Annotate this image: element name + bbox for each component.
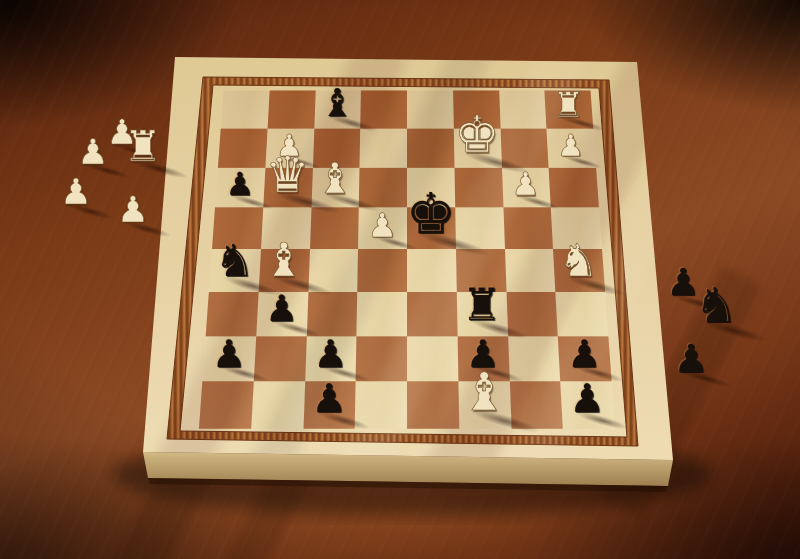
piece-white-pawn-h7[interactable]: ♟ [557, 131, 584, 161]
black-pawn-icon: ♟ [311, 380, 346, 420]
black-king-icon: ♚ [406, 186, 456, 242]
piece-black-pawn-b3[interactable]: ♟ [265, 291, 298, 328]
piece-black-pawn-h1[interactable]: ♟ [569, 380, 604, 420]
piece-black-pawn-a2[interactable]: ♟ [212, 335, 246, 373]
piece-white-bishop-b4[interactable]: ♝ [263, 237, 305, 284]
white-pawn-icon: ♟ [117, 192, 149, 228]
black-bishop-icon: ♝ [320, 84, 354, 122]
captured-white-pawn-3[interactable]: ♟ [60, 174, 92, 210]
white-knight-icon: ♞ [558, 239, 598, 284]
captured-white-pawn-4[interactable]: ♟ [117, 192, 149, 228]
black-pawn-icon: ♟ [567, 335, 601, 373]
white-pawn-icon: ♟ [557, 131, 584, 161]
piece-white-king-f7[interactable]: ♚ [454, 110, 499, 161]
piece-white-rook-h8[interactable]: ♜ [552, 87, 584, 122]
piece-black-knight-a4[interactable]: ♞ [214, 239, 254, 284]
black-pawn-icon: ♟ [674, 339, 709, 378]
white-rook-icon: ♜ [124, 125, 162, 168]
black-pawn-icon: ♟ [313, 335, 347, 373]
black-pawn-icon: ♟ [226, 169, 255, 201]
white-bishop-icon: ♝ [460, 367, 507, 420]
white-rook-icon: ♜ [552, 87, 584, 122]
piece-white-queen-b6[interactable]: ♛ [265, 151, 309, 201]
black-pawn-icon: ♟ [265, 291, 298, 328]
captured-white-pawn-0[interactable]: ♟ [77, 135, 108, 170]
captured-white-rook-2[interactable]: ♜ [124, 125, 162, 168]
piece-white-bishop-f1[interactable]: ♝ [460, 367, 507, 420]
piece-white-bishop-c6[interactable]: ♝ [316, 158, 354, 201]
piece-white-knight-h4[interactable]: ♞ [558, 239, 598, 284]
black-rook-icon: ♜ [461, 283, 501, 328]
piece-black-pawn-c2[interactable]: ♟ [313, 335, 347, 373]
white-queen-icon: ♛ [265, 151, 309, 201]
black-pawn-icon: ♟ [569, 380, 604, 420]
white-king-icon: ♚ [454, 110, 499, 161]
piece-black-pawn-h2[interactable]: ♟ [567, 335, 601, 373]
black-knight-icon: ♞ [214, 239, 254, 284]
white-pawn-icon: ♟ [511, 169, 540, 201]
white-bishop-icon: ♝ [263, 237, 305, 284]
white-bishop-icon: ♝ [316, 158, 354, 201]
black-pawn-icon: ♟ [212, 335, 246, 373]
black-knight-icon: ♞ [694, 281, 738, 330]
piece-black-rook-f3[interactable]: ♜ [461, 283, 501, 328]
piece-black-bishop-c8[interactable]: ♝ [320, 84, 354, 122]
captured-black-pawn-2[interactable]: ♟ [674, 339, 709, 378]
piece-black-pawn-a6[interactable]: ♟ [226, 169, 255, 201]
white-pawn-icon: ♟ [60, 174, 92, 210]
piece-white-pawn-d5[interactable]: ♟ [367, 208, 397, 241]
captured-black-knight-1[interactable]: ♞ [694, 281, 738, 330]
piece-black-king-e5[interactable]: ♚ [406, 186, 456, 242]
piece-black-pawn-c1[interactable]: ♟ [311, 380, 346, 420]
pieces-layer: ♝♜♟♚♟♟♛♝♟♟♚♞♝♞♟♜♟♟♟♟♟♝♟♟♟♜♟♟♟♞♟ [0, 0, 800, 559]
white-pawn-icon: ♟ [367, 208, 397, 241]
white-pawn-icon: ♟ [77, 135, 108, 170]
piece-white-pawn-g6[interactable]: ♟ [511, 169, 540, 201]
